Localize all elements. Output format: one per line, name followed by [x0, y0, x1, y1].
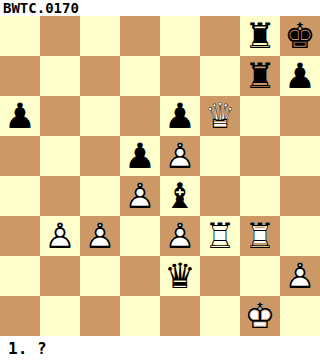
black-rook-piece: ♜ [240, 56, 280, 96]
chess-board: ♜♚♜♟♟♟♛♕♟♟♙♟♙♝♟♙♟♙♟♙♜♖♜♖♛♟♙♚♔ [0, 16, 320, 336]
square-e4[interactable]: ♝ [160, 176, 200, 216]
square-h8[interactable]: ♚ [280, 16, 320, 56]
black-bishop-piece: ♝ [160, 176, 200, 216]
black-king-piece: ♚ [280, 16, 320, 56]
square-h1[interactable] [280, 296, 320, 336]
square-f2[interactable] [200, 256, 240, 296]
square-h5[interactable] [280, 136, 320, 176]
square-b7[interactable] [40, 56, 80, 96]
square-f1[interactable] [200, 296, 240, 336]
square-g2[interactable] [240, 256, 280, 296]
white-pawn-piece: ♟♙ [160, 136, 200, 176]
square-c1[interactable] [80, 296, 120, 336]
black-pawn-piece: ♟ [0, 96, 40, 136]
square-g3[interactable]: ♜♖ [240, 216, 280, 256]
square-d8[interactable] [120, 16, 160, 56]
square-c7[interactable] [80, 56, 120, 96]
square-g4[interactable] [240, 176, 280, 216]
white-pawn-piece: ♟♙ [120, 176, 160, 216]
square-e5[interactable]: ♟♙ [160, 136, 200, 176]
square-c2[interactable] [80, 256, 120, 296]
square-b6[interactable] [40, 96, 80, 136]
square-f8[interactable] [200, 16, 240, 56]
square-b1[interactable] [40, 296, 80, 336]
square-c8[interactable] [80, 16, 120, 56]
square-a3[interactable] [0, 216, 40, 256]
square-g8[interactable]: ♜ [240, 16, 280, 56]
white-queen-piece: ♛♕ [200, 96, 240, 136]
square-g7[interactable]: ♜ [240, 56, 280, 96]
square-d2[interactable] [120, 256, 160, 296]
square-e2[interactable]: ♛ [160, 256, 200, 296]
white-rook-piece: ♜♖ [200, 216, 240, 256]
white-pawn-piece: ♟♙ [160, 216, 200, 256]
square-h7[interactable]: ♟ [280, 56, 320, 96]
square-c5[interactable] [80, 136, 120, 176]
square-b5[interactable] [40, 136, 80, 176]
square-e3[interactable]: ♟♙ [160, 216, 200, 256]
square-c6[interactable] [80, 96, 120, 136]
square-f3[interactable]: ♜♖ [200, 216, 240, 256]
square-a1[interactable] [0, 296, 40, 336]
square-h3[interactable] [280, 216, 320, 256]
square-f7[interactable] [200, 56, 240, 96]
square-h2[interactable]: ♟♙ [280, 256, 320, 296]
square-b8[interactable] [40, 16, 80, 56]
square-c4[interactable] [80, 176, 120, 216]
black-pawn-piece: ♟ [120, 136, 160, 176]
white-pawn-piece: ♟♙ [80, 216, 120, 256]
square-b4[interactable] [40, 176, 80, 216]
square-a8[interactable] [0, 16, 40, 56]
square-a2[interactable] [0, 256, 40, 296]
black-pawn-piece: ♟ [280, 56, 320, 96]
square-g1[interactable]: ♚♔ [240, 296, 280, 336]
square-a5[interactable] [0, 136, 40, 176]
square-f4[interactable] [200, 176, 240, 216]
white-rook-piece: ♜♖ [240, 216, 280, 256]
square-d7[interactable] [120, 56, 160, 96]
square-d6[interactable] [120, 96, 160, 136]
square-d4[interactable]: ♟♙ [120, 176, 160, 216]
square-c3[interactable]: ♟♙ [80, 216, 120, 256]
square-d1[interactable] [120, 296, 160, 336]
move-prompt: 1. ? [0, 336, 320, 360]
black-pawn-piece: ♟ [160, 96, 200, 136]
white-pawn-piece: ♟♙ [280, 256, 320, 296]
black-queen-piece: ♛ [160, 256, 200, 296]
white-pawn-piece: ♟♙ [40, 216, 80, 256]
square-h4[interactable] [280, 176, 320, 216]
square-a4[interactable] [0, 176, 40, 216]
square-e1[interactable] [160, 296, 200, 336]
square-e7[interactable] [160, 56, 200, 96]
square-a7[interactable] [0, 56, 40, 96]
square-h6[interactable] [280, 96, 320, 136]
puzzle-id-title: BWTC.0170 [0, 0, 320, 16]
square-e8[interactable] [160, 16, 200, 56]
square-f6[interactable]: ♛♕ [200, 96, 240, 136]
square-g6[interactable] [240, 96, 280, 136]
square-a6[interactable]: ♟ [0, 96, 40, 136]
square-d3[interactable] [120, 216, 160, 256]
white-king-piece: ♚♔ [240, 296, 280, 336]
square-e6[interactable]: ♟ [160, 96, 200, 136]
square-b2[interactable] [40, 256, 80, 296]
square-f5[interactable] [200, 136, 240, 176]
square-b3[interactable]: ♟♙ [40, 216, 80, 256]
square-g5[interactable] [240, 136, 280, 176]
black-rook-piece: ♜ [240, 16, 280, 56]
square-d5[interactable]: ♟ [120, 136, 160, 176]
